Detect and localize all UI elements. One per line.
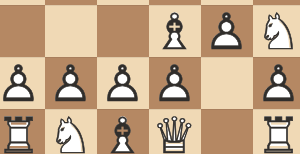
square-a3[interactable] xyxy=(0,5,45,57)
square-b3[interactable] xyxy=(45,5,97,57)
white-knight-outline-icon: ♘ xyxy=(48,111,93,155)
chess-board: ♝♗♟♙♞♘♟♙♟♙♟♙♟♙♟♙♜♖♞♘♝♗♛♕♜♖ xyxy=(0,0,300,154)
piece-white-rook-f1[interactable]: ♜♖ xyxy=(253,109,301,155)
chess-board-viewport: ♝♗♟♙♞♘♟♙♟♙♟♙♟♙♟♙♜♖♞♘♝♗♛♕♜♖ xyxy=(0,0,300,154)
piece-white-pawn-b2[interactable]: ♟♙ xyxy=(45,57,97,109)
white-pawn-outline-icon: ♙ xyxy=(0,59,41,109)
white-pawn-outline-icon: ♙ xyxy=(152,59,197,109)
piece-white-pawn-c2[interactable]: ♟♙ xyxy=(97,57,149,109)
white-bishop-outline-icon: ♗ xyxy=(152,7,197,57)
piece-white-pawn-e3[interactable]: ♟♙ xyxy=(201,5,253,57)
white-pawn-outline-icon: ♙ xyxy=(100,59,145,109)
piece-white-queen-d1[interactable]: ♛♕ xyxy=(149,109,201,155)
white-pawn-outline-icon: ♙ xyxy=(48,59,93,109)
piece-white-pawn-f2[interactable]: ♟♙ xyxy=(253,57,301,109)
white-knight-outline-icon: ♘ xyxy=(256,7,300,57)
piece-white-bishop-c1[interactable]: ♝♗ xyxy=(97,109,149,155)
white-queen-outline-icon: ♕ xyxy=(152,111,197,155)
white-rook-outline-icon: ♖ xyxy=(0,111,41,155)
white-rook-outline-icon: ♖ xyxy=(256,111,300,155)
square-e2[interactable] xyxy=(201,57,253,109)
piece-white-pawn-d2[interactable]: ♟♙ xyxy=(149,57,201,109)
white-bishop-outline-icon: ♗ xyxy=(100,111,145,155)
piece-white-knight-b1[interactable]: ♞♘ xyxy=(45,109,97,155)
square-c3[interactable] xyxy=(97,5,149,57)
piece-white-rook-a1[interactable]: ♜♖ xyxy=(0,109,45,155)
piece-white-knight-f3[interactable]: ♞♘ xyxy=(253,5,301,57)
white-pawn-outline-icon: ♙ xyxy=(204,7,249,57)
white-pawn-outline-icon: ♙ xyxy=(256,59,300,109)
square-e1[interactable] xyxy=(201,109,253,155)
piece-white-pawn-a2[interactable]: ♟♙ xyxy=(0,57,45,109)
piece-white-bishop-d3[interactable]: ♝♗ xyxy=(149,5,201,57)
